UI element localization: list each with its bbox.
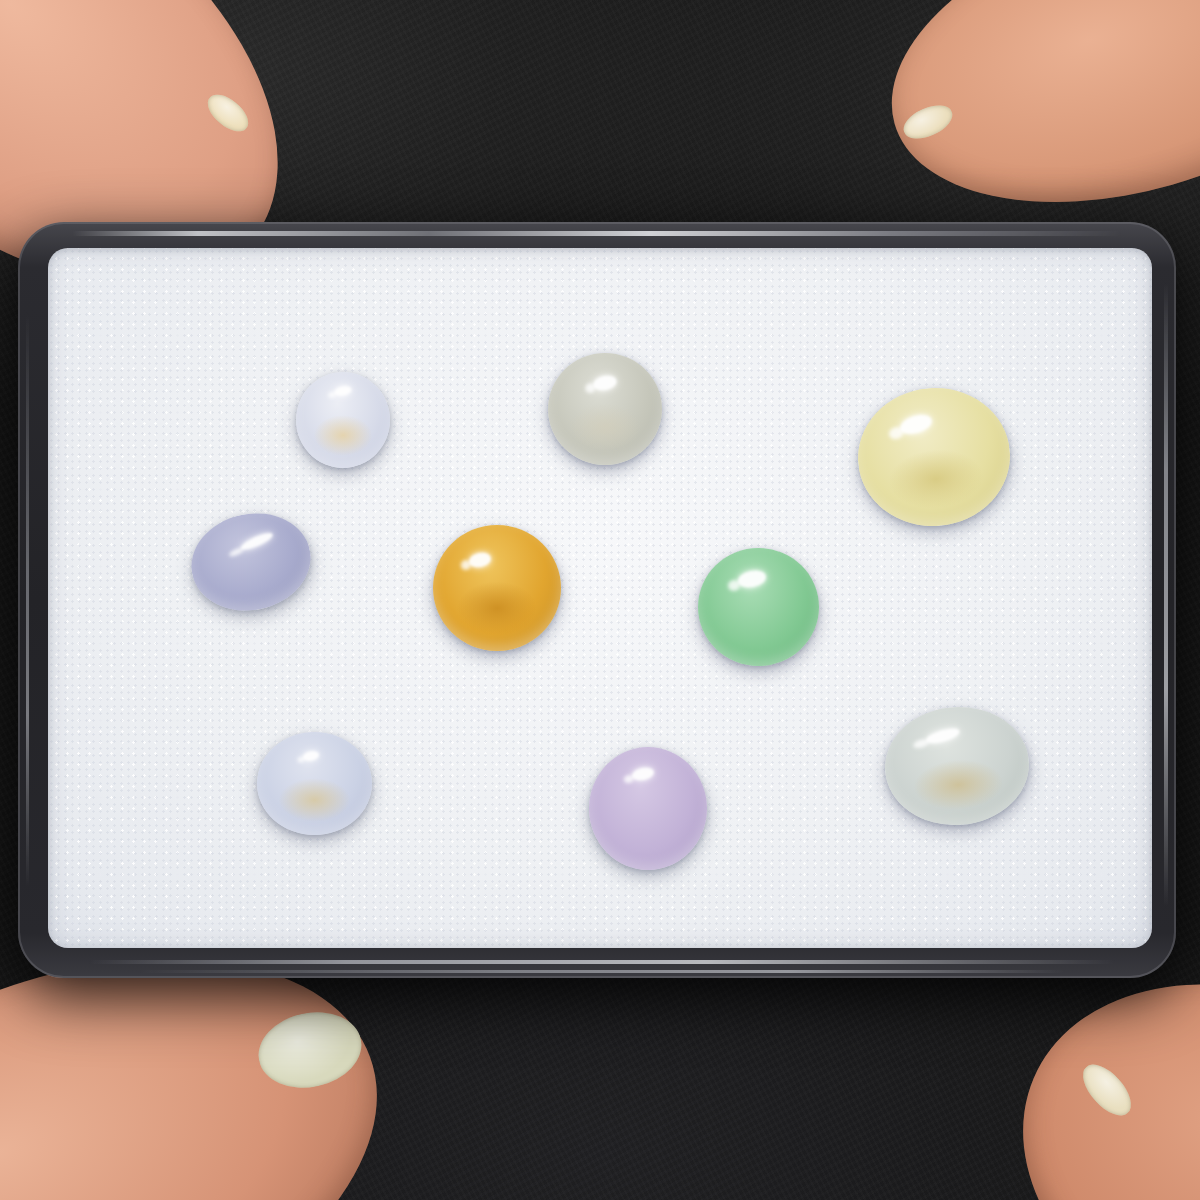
ring-light-reflection <box>302 750 320 762</box>
stone-pale-blue-bottom-left <box>257 732 372 835</box>
stone-golden-orange-mid-center <box>433 525 561 651</box>
ring-light-reflection <box>334 385 352 397</box>
stones-layer <box>0 0 1200 1200</box>
ring-light-reflection <box>925 726 961 746</box>
ring-light-reflection <box>592 374 617 392</box>
stone-icy-white-top-left <box>296 372 390 468</box>
ring-light-reflection <box>239 530 274 552</box>
ring-light-reflection <box>631 765 655 781</box>
ring-light-reflection <box>737 568 768 589</box>
stone-lilac-purple-bottom-center <box>589 747 707 870</box>
stone-glassy-gray-top-center <box>548 353 662 465</box>
scene <box>0 0 1200 1200</box>
stone-apple-green-mid-right <box>698 548 819 666</box>
stone-lavender-blue-mid-left <box>182 503 319 622</box>
stone-gray-green-oval-bottom-right <box>881 702 1033 830</box>
ring-light-reflection <box>898 411 934 437</box>
stone-pale-yellow-top-right <box>852 382 1015 533</box>
ring-light-reflection <box>468 551 492 569</box>
